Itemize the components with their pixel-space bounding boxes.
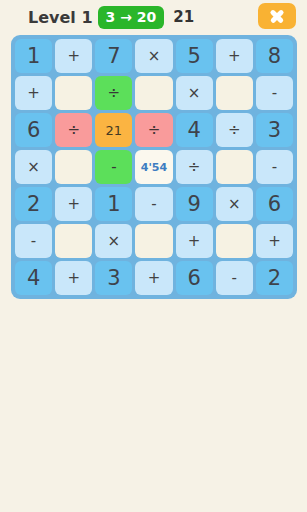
cell-r1-c1[interactable]: 1 xyxy=(15,39,52,73)
cell-r5-c1[interactable]: 2 xyxy=(15,187,52,221)
cell-r5-c6[interactable]: × xyxy=(216,187,253,221)
cell-r3-c3[interactable]: 21 xyxy=(95,113,132,147)
close-x-icon xyxy=(270,9,284,23)
cell-r5-c3[interactable]: 1 xyxy=(95,187,132,221)
cell-r3-c7[interactable]: 3 xyxy=(256,113,293,147)
cell-r2-c1[interactable]: + xyxy=(15,76,52,110)
cell-r2-c5[interactable]: × xyxy=(176,76,213,110)
cell-r5-c2[interactable]: + xyxy=(55,187,92,221)
cell-r6-c1[interactable]: - xyxy=(15,224,52,258)
cell-r4-c4[interactable]: 4'54 xyxy=(135,150,172,184)
cell-r2-c3[interactable]: ÷ xyxy=(95,76,132,110)
cell-r6-c4[interactable] xyxy=(135,224,172,258)
cell-r6-c6[interactable] xyxy=(216,224,253,258)
puzzle-board: 1+7×5+8+÷×-6÷21÷4÷3×-4'54÷-2+1-9×6-×++4+… xyxy=(11,35,297,299)
cell-r7-c3[interactable]: 3 xyxy=(95,261,132,295)
cell-r6-c5[interactable]: + xyxy=(176,224,213,258)
cell-r4-c6[interactable] xyxy=(216,150,253,184)
cell-r1-c4[interactable]: × xyxy=(135,39,172,73)
current-value: 21 xyxy=(173,8,194,26)
cell-r1-c6[interactable]: + xyxy=(216,39,253,73)
cell-r4-c7[interactable]: - xyxy=(256,150,293,184)
cell-r1-c7[interactable]: 8 xyxy=(256,39,293,73)
cell-r7-c6[interactable]: - xyxy=(216,261,253,295)
cell-r4-c5[interactable]: ÷ xyxy=(176,150,213,184)
cell-r7-c5[interactable]: 6 xyxy=(176,261,213,295)
cell-r5-c4[interactable]: - xyxy=(135,187,172,221)
cell-r4-c2[interactable] xyxy=(55,150,92,184)
close-button[interactable] xyxy=(258,3,296,29)
cell-r3-c2[interactable]: ÷ xyxy=(55,113,92,147)
cell-r2-c2[interactable] xyxy=(55,76,92,110)
cell-r7-c1[interactable]: 4 xyxy=(15,261,52,295)
level-label: Level 1 xyxy=(28,8,93,27)
cell-r1-c5[interactable]: 5 xyxy=(176,39,213,73)
cell-r4-c3[interactable]: - xyxy=(95,150,132,184)
cell-r1-c2[interactable]: + xyxy=(55,39,92,73)
cell-r6-c2[interactable] xyxy=(55,224,92,258)
cell-r2-c7[interactable]: - xyxy=(256,76,293,110)
cell-r5-c7[interactable]: 6 xyxy=(256,187,293,221)
cell-r5-c5[interactable]: 9 xyxy=(176,187,213,221)
goal-badge: 3 → 20 xyxy=(98,6,165,29)
cell-r4-c1[interactable]: × xyxy=(15,150,52,184)
cell-r2-c4[interactable] xyxy=(135,76,172,110)
cell-r3-c5[interactable]: 4 xyxy=(176,113,213,147)
cell-r2-c6[interactable] xyxy=(216,76,253,110)
cell-r1-c3[interactable]: 7 xyxy=(95,39,132,73)
cell-r3-c6[interactable]: ÷ xyxy=(216,113,253,147)
cell-r7-c2[interactable]: + xyxy=(55,261,92,295)
cell-r3-c1[interactable]: 6 xyxy=(15,113,52,147)
cell-r3-c4[interactable]: ÷ xyxy=(135,113,172,147)
cell-r6-c3[interactable]: × xyxy=(95,224,132,258)
cell-r7-c4[interactable]: + xyxy=(135,261,172,295)
cell-r6-c7[interactable]: + xyxy=(256,224,293,258)
cell-r7-c7[interactable]: 2 xyxy=(256,261,293,295)
